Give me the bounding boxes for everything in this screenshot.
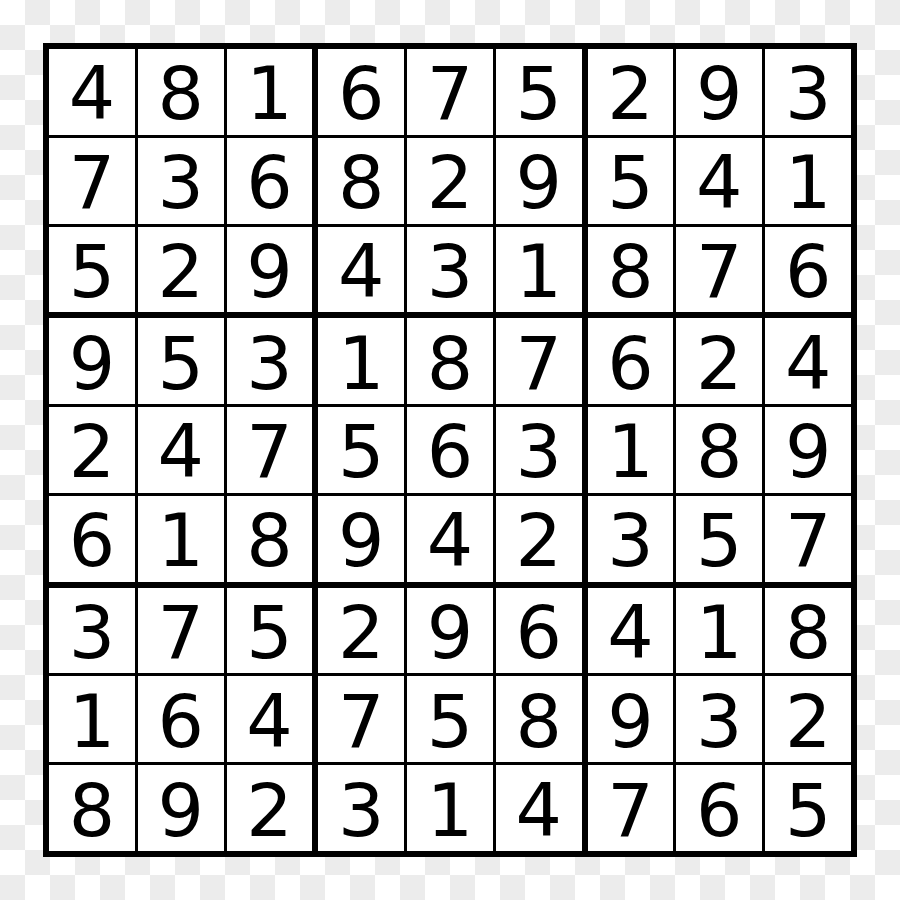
cell-r5c2[interactable]: 4 — [138, 407, 224, 493]
cell-r8c3[interactable]: 4 — [227, 676, 313, 762]
cell-r2c5[interactable]: 2 — [407, 138, 493, 224]
cell-r8c5[interactable]: 5 — [407, 676, 493, 762]
sudoku-box-2-2: 187563942 — [318, 318, 581, 581]
cell-r8c2[interactable]: 6 — [138, 676, 224, 762]
cell-r7c1[interactable]: 3 — [49, 588, 135, 674]
cell-r3c6[interactable]: 1 — [496, 227, 582, 313]
cell-r2c4[interactable]: 8 — [318, 138, 404, 224]
cell-r2c6[interactable]: 9 — [496, 138, 582, 224]
cell-r3c8[interactable]: 7 — [676, 227, 762, 313]
cell-r8c9[interactable]: 2 — [765, 676, 851, 762]
cell-r9c9[interactable]: 5 — [765, 765, 851, 851]
cell-r7c4[interactable]: 2 — [318, 588, 404, 674]
cell-r9c7[interactable]: 7 — [588, 765, 674, 851]
cell-r4c2[interactable]: 5 — [138, 318, 224, 404]
cell-r1c9[interactable]: 3 — [765, 49, 851, 135]
sudoku-box-1-2: 675829431 — [318, 49, 581, 312]
cell-r7c3[interactable]: 5 — [227, 588, 313, 674]
sudoku-box-2-3: 624189357 — [588, 318, 851, 581]
cell-r4c5[interactable]: 8 — [407, 318, 493, 404]
cell-r1c4[interactable]: 6 — [318, 49, 404, 135]
sudoku-box-1-1: 481736529 — [49, 49, 312, 312]
cell-r4c8[interactable]: 2 — [676, 318, 762, 404]
cell-r6c6[interactable]: 2 — [496, 496, 582, 582]
cell-r6c1[interactable]: 6 — [49, 496, 135, 582]
cell-r8c6[interactable]: 8 — [496, 676, 582, 762]
cell-r8c1[interactable]: 1 — [49, 676, 135, 762]
cell-r1c1[interactable]: 4 — [49, 49, 135, 135]
cell-r5c7[interactable]: 1 — [588, 407, 674, 493]
cell-r1c6[interactable]: 5 — [496, 49, 582, 135]
cell-r5c4[interactable]: 5 — [318, 407, 404, 493]
cell-r1c2[interactable]: 8 — [138, 49, 224, 135]
transparency-checkerboard: 4817365296758294312935418769532476181875… — [0, 0, 900, 900]
cell-r6c4[interactable]: 9 — [318, 496, 404, 582]
cell-r2c7[interactable]: 5 — [588, 138, 674, 224]
cell-r9c4[interactable]: 3 — [318, 765, 404, 851]
cell-r9c8[interactable]: 6 — [676, 765, 762, 851]
cell-r7c5[interactable]: 9 — [407, 588, 493, 674]
cell-r9c6[interactable]: 4 — [496, 765, 582, 851]
cell-r6c7[interactable]: 3 — [588, 496, 674, 582]
cell-r4c3[interactable]: 3 — [227, 318, 313, 404]
cell-r5c8[interactable]: 8 — [676, 407, 762, 493]
cell-r3c3[interactable]: 9 — [227, 227, 313, 313]
cell-r7c2[interactable]: 7 — [138, 588, 224, 674]
cell-r2c1[interactable]: 7 — [49, 138, 135, 224]
cell-r9c3[interactable]: 2 — [227, 765, 313, 851]
sudoku-box-3-3: 418932765 — [588, 588, 851, 851]
sudoku-board: 4817365296758294312935418769532476181875… — [43, 43, 857, 857]
cell-r5c3[interactable]: 7 — [227, 407, 313, 493]
cell-r6c2[interactable]: 1 — [138, 496, 224, 582]
sudoku-box-1-3: 293541876 — [588, 49, 851, 312]
cell-r5c9[interactable]: 9 — [765, 407, 851, 493]
cell-r1c8[interactable]: 9 — [676, 49, 762, 135]
cell-r5c5[interactable]: 6 — [407, 407, 493, 493]
cell-r4c7[interactable]: 6 — [588, 318, 674, 404]
sudoku-box-2-1: 953247618 — [49, 318, 312, 581]
cell-r4c1[interactable]: 9 — [49, 318, 135, 404]
cell-r7c9[interactable]: 8 — [765, 588, 851, 674]
sudoku-box-3-1: 375164892 — [49, 588, 312, 851]
cell-r1c3[interactable]: 1 — [227, 49, 313, 135]
cell-r1c5[interactable]: 7 — [407, 49, 493, 135]
cell-r2c8[interactable]: 4 — [676, 138, 762, 224]
cell-r3c1[interactable]: 5 — [49, 227, 135, 313]
cell-r2c2[interactable]: 3 — [138, 138, 224, 224]
cell-r2c9[interactable]: 1 — [765, 138, 851, 224]
cell-r3c7[interactable]: 8 — [588, 227, 674, 313]
cell-r3c2[interactable]: 2 — [138, 227, 224, 313]
cell-r5c6[interactable]: 3 — [496, 407, 582, 493]
cell-r1c7[interactable]: 2 — [588, 49, 674, 135]
cell-r3c5[interactable]: 3 — [407, 227, 493, 313]
cell-r9c5[interactable]: 1 — [407, 765, 493, 851]
cell-r2c3[interactable]: 6 — [227, 138, 313, 224]
cell-r7c8[interactable]: 1 — [676, 588, 762, 674]
cell-r4c4[interactable]: 1 — [318, 318, 404, 404]
cell-r8c8[interactable]: 3 — [676, 676, 762, 762]
cell-r8c4[interactable]: 7 — [318, 676, 404, 762]
sudoku-box-3-2: 296758314 — [318, 588, 581, 851]
cell-r6c5[interactable]: 4 — [407, 496, 493, 582]
cell-r4c6[interactable]: 7 — [496, 318, 582, 404]
cell-r8c7[interactable]: 9 — [588, 676, 674, 762]
cell-r9c1[interactable]: 8 — [49, 765, 135, 851]
cell-r7c7[interactable]: 4 — [588, 588, 674, 674]
cell-r5c1[interactable]: 2 — [49, 407, 135, 493]
cell-r6c9[interactable]: 7 — [765, 496, 851, 582]
cell-r4c9[interactable]: 4 — [765, 318, 851, 404]
cell-r9c2[interactable]: 9 — [138, 765, 224, 851]
cell-r7c6[interactable]: 6 — [496, 588, 582, 674]
cell-r6c3[interactable]: 8 — [227, 496, 313, 582]
cell-r3c4[interactable]: 4 — [318, 227, 404, 313]
cell-r6c8[interactable]: 5 — [676, 496, 762, 582]
cell-r3c9[interactable]: 6 — [765, 227, 851, 313]
